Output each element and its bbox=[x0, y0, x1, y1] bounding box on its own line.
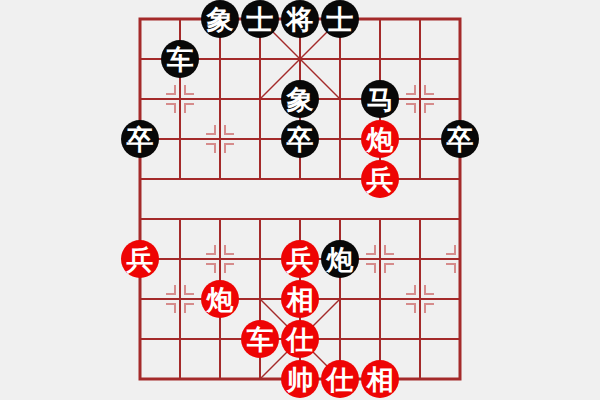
piece-black-车[interactable]: 车 bbox=[161, 40, 199, 78]
piece-black-士[interactable]: 士 bbox=[321, 0, 359, 38]
piece-black-马[interactable]: 马 bbox=[361, 80, 399, 118]
piece-black-卒[interactable]: 卒 bbox=[441, 120, 479, 158]
xiangqi-board: 象士将士车象马卒卒卒炮炮兵兵兵炮相车仕帅仕相 bbox=[140, 19, 460, 379]
piece-red-相[interactable]: 相 bbox=[361, 360, 399, 398]
piece-red-车[interactable]: 车 bbox=[241, 320, 279, 358]
piece-red-兵[interactable]: 兵 bbox=[281, 240, 319, 278]
piece-black-士[interactable]: 士 bbox=[241, 0, 279, 38]
piece-red-帅[interactable]: 帅 bbox=[281, 360, 319, 398]
piece-black-卒[interactable]: 卒 bbox=[121, 120, 159, 158]
piece-black-象[interactable]: 象 bbox=[281, 80, 319, 118]
piece-red-仕[interactable]: 仕 bbox=[281, 320, 319, 358]
piece-black-炮[interactable]: 炮 bbox=[321, 240, 359, 278]
piece-black-卒[interactable]: 卒 bbox=[281, 120, 319, 158]
piece-black-象[interactable]: 象 bbox=[201, 0, 239, 38]
piece-red-兵[interactable]: 兵 bbox=[361, 160, 399, 198]
piece-red-炮[interactable]: 炮 bbox=[201, 280, 239, 318]
piece-red-相[interactable]: 相 bbox=[281, 280, 319, 318]
piece-red-兵[interactable]: 兵 bbox=[121, 240, 159, 278]
piece-red-炮[interactable]: 炮 bbox=[361, 120, 399, 158]
app-background: 象士将士车象马卒卒卒炮炮兵兵兵炮相车仕帅仕相 bbox=[0, 0, 600, 400]
piece-black-将[interactable]: 将 bbox=[281, 0, 319, 38]
piece-red-仕[interactable]: 仕 bbox=[321, 360, 359, 398]
